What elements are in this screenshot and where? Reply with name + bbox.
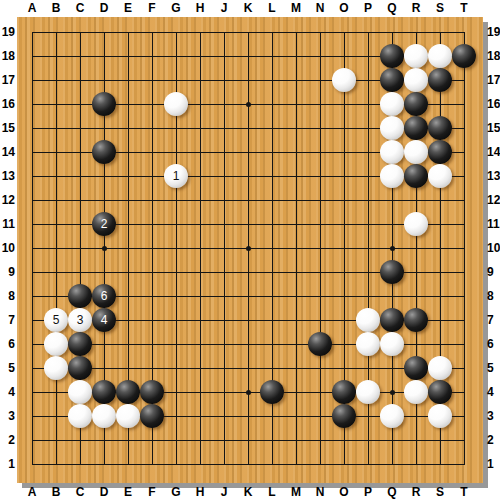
stone-F3-black[interactable] xyxy=(140,404,164,428)
coordinate-label-right: 5 xyxy=(487,360,500,376)
stone-D16-black[interactable] xyxy=(92,92,116,116)
coordinate-label-right: 7 xyxy=(487,312,500,328)
coordinate-label-top: R xyxy=(404,1,428,16)
grid-line xyxy=(32,440,465,441)
coordinate-label-left: 4 xyxy=(0,384,15,400)
grid-line xyxy=(464,32,465,465)
coordinate-label-right: 17 xyxy=(487,72,500,88)
coordinate-label-left: 6 xyxy=(0,336,15,352)
coordinate-label-left: 7 xyxy=(0,312,15,328)
stone-C4-white[interactable] xyxy=(68,380,92,404)
move-number-label: 6 xyxy=(92,284,116,308)
coordinate-label-right: 4 xyxy=(487,384,500,400)
coordinate-label-bottom: H xyxy=(188,485,212,500)
coordinate-label-bottom: O xyxy=(332,485,356,500)
coordinate-label-right: 19 xyxy=(487,24,500,40)
stone-L4-black[interactable] xyxy=(260,380,284,404)
coordinate-label-bottom: C xyxy=(68,485,92,500)
stone-C6-black[interactable] xyxy=(68,332,92,356)
coordinate-label-bottom: B xyxy=(44,485,68,500)
stone-S5-white[interactable] xyxy=(428,356,452,380)
stone-C5-black[interactable] xyxy=(68,356,92,380)
move-number-label: 1 xyxy=(164,164,188,188)
stone-Q13-white[interactable] xyxy=(380,164,404,188)
coordinate-label-bottom: S xyxy=(428,485,452,500)
stone-D3-white[interactable] xyxy=(92,404,116,428)
coordinate-label-top: P xyxy=(356,1,380,16)
coordinate-label-bottom: P xyxy=(356,485,380,500)
coordinate-label-top: S xyxy=(428,1,452,16)
star-point xyxy=(246,390,251,395)
star-point xyxy=(390,246,395,251)
coordinate-label-top: G xyxy=(164,1,188,16)
coordinate-label-right: 14 xyxy=(487,144,500,160)
stone-B5-white[interactable] xyxy=(44,356,68,380)
coordinate-label-right: 12 xyxy=(487,192,500,208)
stone-R7-black[interactable] xyxy=(404,308,428,332)
coordinate-label-right: 8 xyxy=(487,288,500,304)
coordinate-label-right: 15 xyxy=(487,120,500,136)
stone-P7-white[interactable] xyxy=(356,308,380,332)
star-point xyxy=(390,390,395,395)
coordinate-label-top: N xyxy=(308,1,332,16)
coordinate-label-bottom: D xyxy=(92,485,116,500)
stone-T18-black[interactable] xyxy=(452,44,476,68)
stone-O17-white[interactable] xyxy=(332,68,356,92)
stone-Q7-black[interactable] xyxy=(380,308,404,332)
coordinate-label-bottom: Q xyxy=(380,485,404,500)
coordinate-label-right: 10 xyxy=(487,240,500,256)
stone-R5-black[interactable] xyxy=(404,356,428,380)
coordinate-label-top: T xyxy=(452,1,476,16)
grid-line xyxy=(32,368,465,369)
coordinate-label-top: K xyxy=(236,1,260,16)
stone-E4-black[interactable] xyxy=(116,380,140,404)
stone-S3-white[interactable] xyxy=(428,404,452,428)
coordinate-label-top: M xyxy=(284,1,308,16)
coordinate-label-top: O xyxy=(332,1,356,16)
stone-G13-white[interactable]: 1 xyxy=(164,164,188,188)
stone-C8-black[interactable] xyxy=(68,284,92,308)
grid-line xyxy=(32,464,465,465)
coordinate-label-left: 10 xyxy=(0,240,15,256)
stone-D8-black[interactable]: 6 xyxy=(92,284,116,308)
coordinate-label-bottom: F xyxy=(140,485,164,500)
move-number-label: 3 xyxy=(68,308,92,332)
goban[interactable]: 126534 xyxy=(17,17,483,483)
stone-C3-white[interactable] xyxy=(68,404,92,428)
stone-G16-white[interactable] xyxy=(164,92,188,116)
stone-Q9-black[interactable] xyxy=(380,260,404,284)
coordinate-label-top: F xyxy=(140,1,164,16)
stone-D4-black[interactable] xyxy=(92,380,116,404)
stone-R4-white[interactable] xyxy=(404,380,428,404)
stone-E3-white[interactable] xyxy=(116,404,140,428)
stone-S18-white[interactable] xyxy=(428,44,452,68)
coordinate-label-top: H xyxy=(188,1,212,16)
coordinate-label-top: L xyxy=(260,1,284,16)
stone-R15-black[interactable] xyxy=(404,116,428,140)
coordinate-label-left: 15 xyxy=(0,120,15,136)
stone-O3-black[interactable] xyxy=(332,404,356,428)
stone-Q18-black[interactable] xyxy=(380,44,404,68)
stone-R14-white[interactable] xyxy=(404,140,428,164)
stone-S14-black[interactable] xyxy=(428,140,452,164)
stone-D14-black[interactable] xyxy=(92,140,116,164)
coordinate-label-left: 18 xyxy=(0,48,15,64)
stone-F4-black[interactable] xyxy=(140,380,164,404)
coordinate-label-bottom: L xyxy=(260,485,284,500)
coordinate-label-top: A xyxy=(20,1,44,16)
coordinate-label-left: 3 xyxy=(0,408,15,424)
coordinate-label-top: D xyxy=(92,1,116,16)
coordinate-label-left: 16 xyxy=(0,96,15,112)
star-point xyxy=(246,246,251,251)
stone-R17-white[interactable] xyxy=(404,68,428,92)
go-board-page: 126534 AABBCCDDEEFFGGHHJJKKLLMMNNOOPPQQR… xyxy=(0,0,500,500)
stone-R13-black[interactable] xyxy=(404,164,428,188)
star-point xyxy=(246,102,251,107)
stone-Q16-white[interactable] xyxy=(380,92,404,116)
stone-Q15-white[interactable] xyxy=(380,116,404,140)
grid-line xyxy=(296,32,297,465)
stone-R11-white[interactable] xyxy=(404,212,428,236)
move-number-label: 4 xyxy=(92,308,116,332)
move-number-label: 5 xyxy=(44,308,68,332)
coordinate-label-bottom: R xyxy=(404,485,428,500)
coordinate-label-right: 11 xyxy=(487,216,500,232)
coordinate-label-left: 12 xyxy=(0,192,15,208)
coordinate-label-right: 3 xyxy=(487,408,500,424)
coordinate-label-right: 16 xyxy=(487,96,500,112)
coordinate-label-left: 14 xyxy=(0,144,15,160)
coordinate-label-top: J xyxy=(212,1,236,16)
coordinate-label-bottom: N xyxy=(308,485,332,500)
coordinate-label-left: 19 xyxy=(0,24,15,40)
stone-R16-black[interactable] xyxy=(404,92,428,116)
coordinate-label-right: 1 xyxy=(487,456,500,472)
coordinate-label-top: E xyxy=(116,1,140,16)
coordinate-label-top: B xyxy=(44,1,68,16)
stone-S15-black[interactable] xyxy=(428,116,452,140)
coordinate-label-left: 2 xyxy=(0,432,15,448)
stone-B6-white[interactable] xyxy=(44,332,68,356)
coordinate-label-right: 9 xyxy=(487,264,500,280)
coordinate-label-left: 17 xyxy=(0,72,15,88)
coordinate-label-bottom: G xyxy=(164,485,188,500)
grid-line xyxy=(320,32,321,465)
stone-N6-black[interactable] xyxy=(308,332,332,356)
coordinate-label-left: 13 xyxy=(0,168,15,184)
stone-D7-black[interactable]: 4 xyxy=(92,308,116,332)
stone-R18-white[interactable] xyxy=(404,44,428,68)
coordinate-label-left: 9 xyxy=(0,264,15,280)
coordinate-label-right: 18 xyxy=(487,48,500,64)
stone-B7-white[interactable]: 5 xyxy=(44,308,68,332)
stone-C7-white[interactable]: 3 xyxy=(68,308,92,332)
move-number-label: 2 xyxy=(92,212,116,236)
coordinate-label-bottom: J xyxy=(212,485,236,500)
stone-P6-white[interactable] xyxy=(356,332,380,356)
coordinate-label-right: 2 xyxy=(487,432,500,448)
coordinate-label-bottom: M xyxy=(284,485,308,500)
stone-Q17-black[interactable] xyxy=(380,68,404,92)
stone-O4-black[interactable] xyxy=(332,380,356,404)
coordinate-label-bottom: K xyxy=(236,485,260,500)
stone-P4-white[interactable] xyxy=(356,380,380,404)
stone-S17-black[interactable] xyxy=(428,68,452,92)
stone-Q3-white[interactable] xyxy=(380,404,404,428)
stone-S4-black[interactable] xyxy=(428,380,452,404)
coordinate-label-right: 13 xyxy=(487,168,500,184)
coordinate-label-bottom: A xyxy=(20,485,44,500)
stone-Q6-white[interactable] xyxy=(380,332,404,356)
coordinate-label-left: 11 xyxy=(0,216,15,232)
coordinate-label-top: Q xyxy=(380,1,404,16)
coordinate-label-left: 1 xyxy=(0,456,15,472)
star-point xyxy=(102,246,107,251)
coordinate-label-top: C xyxy=(68,1,92,16)
coordinate-label-bottom: E xyxy=(116,485,140,500)
coordinate-label-bottom: T xyxy=(452,485,476,500)
stone-S13-white[interactable] xyxy=(428,164,452,188)
stone-Q14-white[interactable] xyxy=(380,140,404,164)
coordinate-label-right: 6 xyxy=(487,336,500,352)
coordinate-label-left: 8 xyxy=(0,288,15,304)
coordinate-label-left: 5 xyxy=(0,360,15,376)
stone-D11-black[interactable]: 2 xyxy=(92,212,116,236)
